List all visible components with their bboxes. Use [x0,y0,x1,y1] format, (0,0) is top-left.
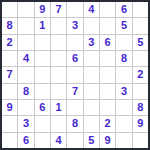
cell-r7c9[interactable]: 8 [133,100,148,115]
cell-r2c8[interactable]: 5 [116,18,131,33]
cell-r4c6[interactable] [84,51,99,66]
cell-r3c3[interactable] [35,35,50,50]
cell-r3c2[interactable] [18,35,33,50]
cell-r2c3[interactable]: 1 [35,18,50,33]
cell-r3c4[interactable] [51,35,66,50]
cell-r9c5[interactable] [67,133,82,148]
cell-r4c5[interactable]: 6 [67,51,82,66]
cell-r4c2[interactable]: 4 [18,51,33,66]
cell-r6c7[interactable] [100,84,115,99]
cell-r7c7[interactable] [100,100,115,115]
cell-r5c1[interactable]: 7 [2,67,17,82]
cell-r1c2[interactable] [18,2,33,17]
cell-r9c9[interactable] [133,133,148,148]
cell-r2c9[interactable] [133,18,148,33]
cell-r6c1[interactable] [2,84,17,99]
cell-r9c7[interactable]: 9 [100,133,115,148]
cell-r3c7[interactable]: 6 [100,35,115,50]
cell-r3c5[interactable] [67,35,82,50]
cell-r8c2[interactable]: 3 [18,116,33,131]
cell-r3c8[interactable] [116,35,131,50]
cell-r6c2[interactable]: 8 [18,84,33,99]
sudoku-board: 97468135236546872873961838296459 [0,0,150,150]
cell-r7c5[interactable] [67,100,82,115]
cell-r2c7[interactable] [100,18,115,33]
cell-r6c8[interactable]: 3 [116,84,131,99]
cell-r5c6[interactable] [84,67,99,82]
cell-r9c1[interactable] [2,133,17,148]
cell-r5c2[interactable] [18,67,33,82]
cell-r2c5[interactable]: 3 [67,18,82,33]
cell-r5c5[interactable] [67,67,82,82]
cell-r6c3[interactable] [35,84,50,99]
cell-r5c8[interactable] [116,67,131,82]
cell-r4c3[interactable] [35,51,50,66]
cell-r2c6[interactable] [84,18,99,33]
cell-r9c8[interactable] [116,133,131,148]
cell-r1c4[interactable]: 7 [51,2,66,17]
cell-r4c1[interactable] [2,51,17,66]
cell-r1c7[interactable] [100,2,115,17]
cell-r5c7[interactable] [100,67,115,82]
cell-r4c4[interactable] [51,51,66,66]
cell-r3c1[interactable]: 2 [2,35,17,50]
cell-r4c7[interactable] [100,51,115,66]
cell-r8c1[interactable] [2,116,17,131]
cell-r7c1[interactable]: 9 [2,100,17,115]
cell-r9c6[interactable]: 5 [84,133,99,148]
cell-r2c2[interactable] [18,18,33,33]
cell-r1c5[interactable] [67,2,82,17]
cell-r4c8[interactable]: 8 [116,51,131,66]
cell-r8c9[interactable]: 9 [133,116,148,131]
cell-r3c6[interactable]: 3 [84,35,99,50]
cell-r9c2[interactable]: 6 [18,133,33,148]
cell-r9c4[interactable]: 4 [51,133,66,148]
cell-r8c6[interactable] [84,116,99,131]
cell-r8c5[interactable]: 8 [67,116,82,131]
cell-r8c8[interactable] [116,116,131,131]
cell-r7c3[interactable]: 6 [35,100,50,115]
cell-r1c9[interactable] [133,2,148,17]
cell-r8c3[interactable] [35,116,50,131]
cell-r1c3[interactable]: 9 [35,2,50,17]
cell-r5c3[interactable] [35,67,50,82]
cell-r2c1[interactable]: 8 [2,18,17,33]
cell-r1c8[interactable]: 6 [116,2,131,17]
cell-r8c7[interactable]: 2 [100,116,115,131]
cell-r6c4[interactable] [51,84,66,99]
cell-r7c8[interactable] [116,100,131,115]
cell-r6c6[interactable] [84,84,99,99]
cell-r2c4[interactable] [51,18,66,33]
cell-r7c2[interactable] [18,100,33,115]
cell-r7c4[interactable]: 1 [51,100,66,115]
cell-r5c4[interactable] [51,67,66,82]
cell-r6c5[interactable]: 7 [67,84,82,99]
cell-r6c9[interactable] [133,84,148,99]
cell-r1c1[interactable] [2,2,17,17]
cell-r9c3[interactable] [35,133,50,148]
cell-r5c9[interactable]: 2 [133,67,148,82]
cell-r3c9[interactable]: 5 [133,35,148,50]
cell-r4c9[interactable] [133,51,148,66]
cell-r7c6[interactable] [84,100,99,115]
cell-r1c6[interactable]: 4 [84,2,99,17]
cell-r8c4[interactable] [51,116,66,131]
